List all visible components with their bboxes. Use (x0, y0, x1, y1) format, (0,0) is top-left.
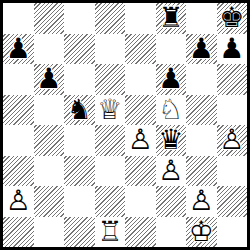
square-d1[interactable]: ♜♖ (95, 217, 126, 248)
square-f2[interactable] (156, 186, 187, 217)
square-e1[interactable] (125, 217, 156, 248)
square-g2[interactable]: ♟♙ (186, 186, 217, 217)
white-pawn-outline-glyph: ♙ (186, 186, 217, 217)
black-pawn-glyph: ♟ (156, 64, 187, 95)
piece-black-queen[interactable]: ♛ (156, 125, 187, 156)
square-h4[interactable]: ♟♙ (217, 125, 248, 156)
square-h8[interactable]: ♚ (217, 3, 248, 34)
black-pawn-glyph: ♟ (217, 34, 248, 65)
square-d2[interactable] (95, 186, 126, 217)
square-e3[interactable] (125, 156, 156, 187)
square-c6[interactable] (64, 64, 95, 95)
square-g1[interactable]: ♚♔ (186, 217, 217, 248)
piece-white-pawn[interactable]: ♟♙ (186, 186, 217, 217)
square-a1[interactable] (3, 217, 34, 248)
square-b7[interactable] (34, 34, 65, 65)
piece-white-pawn[interactable]: ♟♙ (156, 156, 187, 187)
square-e2[interactable] (125, 186, 156, 217)
black-pawn-glyph: ♟ (3, 34, 34, 65)
piece-black-pawn[interactable]: ♟ (3, 34, 34, 65)
white-king-outline-glyph: ♔ (186, 217, 217, 248)
square-c3[interactable] (64, 156, 95, 187)
white-rook-outline-glyph: ♖ (95, 217, 126, 248)
square-f8[interactable]: ♜ (156, 3, 187, 34)
square-b2[interactable] (34, 186, 65, 217)
square-e7[interactable] (125, 34, 156, 65)
piece-white-knight[interactable]: ♞♘ (156, 95, 187, 126)
square-c4[interactable] (64, 125, 95, 156)
white-pawn-outline-glyph: ♙ (3, 186, 34, 217)
piece-white-pawn[interactable]: ♟♙ (125, 125, 156, 156)
square-c1[interactable] (64, 217, 95, 248)
square-b3[interactable] (34, 156, 65, 187)
square-h7[interactable]: ♟ (217, 34, 248, 65)
square-g3[interactable] (186, 156, 217, 187)
piece-white-pawn[interactable]: ♟♙ (217, 125, 248, 156)
square-g8[interactable] (186, 3, 217, 34)
square-b8[interactable] (34, 3, 65, 34)
square-e8[interactable] (125, 3, 156, 34)
black-king-glyph: ♚ (217, 3, 248, 34)
black-pawn-glyph: ♟ (186, 34, 217, 65)
piece-black-knight[interactable]: ♞ (64, 95, 95, 126)
piece-white-rook[interactable]: ♜♖ (95, 217, 126, 248)
square-h6[interactable] (217, 64, 248, 95)
square-a2[interactable]: ♟♙ (3, 186, 34, 217)
square-f7[interactable] (156, 34, 187, 65)
square-d4[interactable] (95, 125, 126, 156)
white-pawn-outline-glyph: ♙ (217, 125, 248, 156)
piece-black-pawn[interactable]: ♟ (156, 64, 187, 95)
square-c7[interactable] (64, 34, 95, 65)
white-knight-outline-glyph: ♘ (156, 95, 187, 126)
chess-board: ♜♚♟♟♟♟♟♞♛♕♞♘♟♙♛♟♙♟♙♟♙♟♙♜♖♚♔ (0, 0, 250, 250)
square-d6[interactable] (95, 64, 126, 95)
square-a3[interactable] (3, 156, 34, 187)
square-e5[interactable] (125, 95, 156, 126)
black-rook-glyph: ♜ (156, 3, 187, 34)
square-a5[interactable] (3, 95, 34, 126)
square-h3[interactable] (217, 156, 248, 187)
square-d8[interactable] (95, 3, 126, 34)
square-h2[interactable] (217, 186, 248, 217)
square-e4[interactable]: ♟♙ (125, 125, 156, 156)
square-a4[interactable] (3, 125, 34, 156)
square-g7[interactable]: ♟ (186, 34, 217, 65)
piece-black-king[interactable]: ♚ (217, 3, 248, 34)
square-f3[interactable]: ♟♙ (156, 156, 187, 187)
square-f1[interactable] (156, 217, 187, 248)
square-a6[interactable] (3, 64, 34, 95)
black-queen-glyph: ♛ (156, 125, 187, 156)
square-h5[interactable] (217, 95, 248, 126)
white-pawn-outline-glyph: ♙ (125, 125, 156, 156)
square-g4[interactable] (186, 125, 217, 156)
piece-black-pawn[interactable]: ♟ (186, 34, 217, 65)
square-e6[interactable] (125, 64, 156, 95)
square-a8[interactable] (3, 3, 34, 34)
square-b5[interactable] (34, 95, 65, 126)
square-g5[interactable] (186, 95, 217, 126)
square-d7[interactable] (95, 34, 126, 65)
piece-black-pawn[interactable]: ♟ (217, 34, 248, 65)
square-f4[interactable]: ♛ (156, 125, 187, 156)
square-f5[interactable]: ♞♘ (156, 95, 187, 126)
piece-black-pawn[interactable]: ♟ (34, 64, 65, 95)
square-d3[interactable] (95, 156, 126, 187)
piece-black-rook[interactable]: ♜ (156, 3, 187, 34)
square-f6[interactable]: ♟ (156, 64, 187, 95)
square-h1[interactable] (217, 217, 248, 248)
square-b1[interactable] (34, 217, 65, 248)
white-queen-outline-glyph: ♕ (95, 95, 126, 126)
square-c8[interactable] (64, 3, 95, 34)
square-c5[interactable]: ♞ (64, 95, 95, 126)
square-b6[interactable]: ♟ (34, 64, 65, 95)
square-b4[interactable] (34, 125, 65, 156)
square-a7[interactable]: ♟ (3, 34, 34, 65)
piece-white-pawn[interactable]: ♟♙ (3, 186, 34, 217)
black-pawn-glyph: ♟ (34, 64, 65, 95)
square-g6[interactable] (186, 64, 217, 95)
square-c2[interactable] (64, 186, 95, 217)
piece-white-king[interactable]: ♚♔ (186, 217, 217, 248)
black-knight-glyph: ♞ (64, 95, 95, 126)
white-pawn-outline-glyph: ♙ (156, 156, 187, 187)
piece-white-queen[interactable]: ♛♕ (95, 95, 126, 126)
square-d5[interactable]: ♛♕ (95, 95, 126, 126)
